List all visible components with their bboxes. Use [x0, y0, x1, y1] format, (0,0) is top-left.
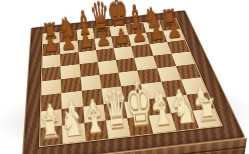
square-c5[interactable]	[79, 62, 99, 77]
chess-set-photo: Folding walnut chess box with carved woo…	[0, 0, 249, 154]
square-b5[interactable]	[61, 64, 80, 79]
black-pawn: ♟	[42, 33, 59, 55]
square-g5[interactable]	[153, 54, 176, 69]
black-pawn: ♟	[77, 29, 94, 51]
black-pawn: ♟	[113, 25, 130, 47]
black-pawn: ♟	[130, 23, 147, 45]
white-rook: ♜	[195, 95, 220, 127]
black-pawn: ♟	[148, 21, 165, 43]
black-pawn: ♟	[59, 31, 76, 53]
board-frame: ♜♞♝♛♚♝♞♜♟♟♟♟♟♟♟♟♟♟♟♟♟♟♟♟♜♞♝♛♚♝♞♜	[22, 10, 246, 154]
chess-board: ♜♞♝♛♚♝♞♜♟♟♟♟♟♟♟♟♟♟♟♟♟♟♟♟♜♞♝♛♚♝♞♜	[39, 18, 223, 147]
square-h5[interactable]	[171, 51, 195, 66]
black-pawn: ♟	[95, 27, 112, 49]
scene-perspective: ♜♞♝♛♚♝♞♜♟♟♟♟♟♟♟♟♟♟♟♟♟♟♟♟♜♞♝♛♚♝♞♜	[17, 0, 221, 154]
scene-tilt: ♜♞♝♛♚♝♞♜♟♟♟♟♟♟♟♟♟♟♟♟♟♟♟♟♜♞♝♛♚♝♞♜	[0, 0, 249, 154]
black-pawn: ♟	[166, 19, 183, 41]
chess-box: ♜♞♝♛♚♝♞♜♟♟♟♟♟♟♟♟♟♟♟♟♟♟♟♟♜♞♝♛♚♝♞♜	[22, 10, 246, 154]
photo-description: Folding walnut chess box with carved woo…	[0, 0, 1, 1]
square-b1[interactable]: ♞	[62, 123, 85, 144]
square-g1[interactable]: ♞	[171, 111, 199, 131]
square-e1[interactable]: ♚	[127, 115, 153, 135]
square-d5[interactable]	[98, 60, 119, 75]
